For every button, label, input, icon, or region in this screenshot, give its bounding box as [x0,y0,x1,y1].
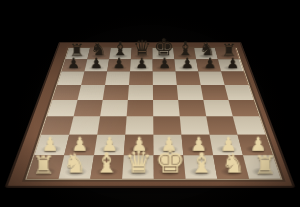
square-h5[interactable] [225,85,254,100]
square-a5[interactable] [52,85,81,100]
white-bishop[interactable]: ♝ [189,150,214,178]
chess-board-grid[interactable]: ♜♞♝♛♚♝♞♜♟♟♟♟♟♟♟♟♟♟♟♟♟♟♟♟♜♞♝♛♚♝♞♜ [25,48,282,180]
scene-background: ♜♞♝♛♚♝♞♜♟♟♟♟♟♟♟♟♟♟♟♟♟♟♟♟♜♞♝♛♚♝♞♜ [0,0,300,207]
square-b4[interactable] [74,100,103,116]
square-d5[interactable] [128,85,153,100]
black-pawn[interactable]: ♟ [112,56,125,71]
square-d7[interactable]: ♟ [130,59,153,71]
square-h4[interactable] [228,100,259,116]
square-c4[interactable] [100,100,128,116]
square-f3[interactable] [180,116,210,134]
square-e6[interactable] [153,72,177,85]
square-e5[interactable] [153,85,178,100]
square-b6[interactable] [81,72,107,85]
square-c1[interactable]: ♝ [90,155,123,178]
square-a4[interactable] [47,100,77,116]
white-rook[interactable]: ♜ [32,152,55,177]
square-g5[interactable] [201,85,229,100]
square-a7[interactable]: ♟ [62,59,88,71]
square-d3[interactable] [125,116,153,134]
square-e4[interactable] [153,100,180,116]
white-knight[interactable]: ♞ [221,151,245,178]
square-c6[interactable] [105,72,130,85]
black-pawn[interactable]: ♟ [67,56,80,71]
black-pawn[interactable]: ♟ [226,56,239,71]
white-king[interactable]: ♚ [154,144,185,178]
black-pawn[interactable]: ♟ [180,56,193,71]
white-queen[interactable]: ♛ [124,147,151,177]
square-f4[interactable] [178,100,206,116]
square-a6[interactable] [57,72,84,85]
black-pawn[interactable]: ♟ [89,56,102,71]
square-c5[interactable] [103,85,129,100]
square-b7[interactable]: ♟ [84,59,109,71]
square-d4[interactable] [127,100,154,116]
square-g1[interactable]: ♞ [213,155,249,178]
square-b5[interactable] [78,85,105,100]
black-pawn[interactable]: ♟ [203,56,216,71]
square-d6[interactable] [129,72,153,85]
square-e1[interactable]: ♚ [154,155,186,178]
square-g7[interactable]: ♟ [196,59,221,71]
white-bishop[interactable]: ♝ [94,150,119,178]
square-b3[interactable] [69,116,100,134]
square-h6[interactable] [221,72,248,85]
square-c7[interactable]: ♟ [107,59,131,71]
square-f1[interactable]: ♝ [183,155,217,178]
square-d1[interactable]: ♛ [122,155,154,178]
square-h7[interactable]: ♟ [218,59,244,71]
board-frame: ♜♞♝♛♚♝♞♜♟♟♟♟♟♟♟♟♟♟♟♟♟♟♟♟♜♞♝♛♚♝♞♜ [4,42,295,188]
square-e7[interactable]: ♟ [153,59,176,71]
black-pawn[interactable]: ♟ [158,56,171,71]
square-b1[interactable]: ♞ [59,155,94,178]
square-f5[interactable] [177,85,204,100]
square-h1[interactable]: ♜ [243,155,281,178]
chess-board-3d: ♜♞♝♛♚♝♞♜♟♟♟♟♟♟♟♟♟♟♟♟♟♟♟♟♜♞♝♛♚♝♞♜ [4,42,295,188]
square-f7[interactable]: ♟ [174,59,198,71]
square-f6[interactable] [176,72,201,85]
square-c3[interactable] [97,116,126,134]
black-pawn[interactable]: ♟ [135,56,148,71]
square-g6[interactable] [198,72,224,85]
white-rook[interactable]: ♜ [253,152,276,177]
square-e3[interactable] [153,116,181,134]
white-knight[interactable]: ♞ [63,151,87,178]
square-h3[interactable] [233,116,266,134]
